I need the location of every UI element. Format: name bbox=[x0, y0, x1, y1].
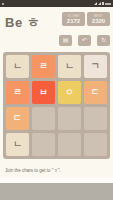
tile-ㄴ: ㄴ bbox=[6, 133, 29, 156]
leaderboard-icon: ▤ bbox=[63, 37, 69, 43]
board[interactable]: ㄴㄹㄴㄱㄹㅂㅇㄷㄷㄴ bbox=[3, 52, 110, 159]
status-left-icons bbox=[2, 3, 4, 5]
goal-text: Join the chars to get to "ㅎ". bbox=[0, 159, 113, 173]
battery-icon bbox=[102, 2, 104, 5]
tile-ㅂ: ㅂ bbox=[32, 81, 55, 104]
tile-ㄴ: ㄴ bbox=[6, 55, 29, 78]
app-title: Be ㅎ bbox=[5, 15, 40, 31]
wifi-icon bbox=[98, 2, 101, 5]
signal-icon bbox=[94, 2, 97, 5]
status-right-icons bbox=[94, 2, 111, 5]
header: Be ㅎ SCORE 2172 BEST 2320 ▤ ↶ bbox=[0, 7, 113, 46]
score-boxes: SCORE 2172 BEST 2320 bbox=[62, 12, 110, 26]
status-bar bbox=[0, 0, 113, 7]
new-game-button[interactable]: ↻ bbox=[97, 35, 110, 46]
toolbar: ▤ ↶ ↻ bbox=[59, 35, 110, 46]
empty-cell bbox=[32, 133, 55, 156]
tile-ㄴ: ㄴ bbox=[58, 55, 81, 78]
ad-banner-area bbox=[0, 183, 113, 200]
notification-icon bbox=[2, 3, 4, 5]
leaderboard-button[interactable]: ▤ bbox=[59, 35, 72, 46]
empty-cell bbox=[84, 107, 107, 130]
score-box: SCORE 2172 bbox=[62, 12, 85, 26]
best-value: 2320 bbox=[90, 18, 107, 25]
empty-cell bbox=[84, 133, 107, 156]
tile-ㄱ: ㄱ bbox=[84, 55, 107, 78]
tile-ㅇ: ㅇ bbox=[58, 81, 81, 104]
empty-cell bbox=[58, 107, 81, 130]
tile-ㄷ: ㄷ bbox=[6, 107, 29, 130]
tile-ㄹ: ㄹ bbox=[6, 81, 29, 104]
restart-icon: ↻ bbox=[101, 37, 106, 43]
empty-cell bbox=[58, 133, 81, 156]
best-box: BEST 2320 bbox=[87, 12, 110, 26]
tile-ㄷ: ㄷ bbox=[84, 81, 107, 104]
clock-icon bbox=[105, 3, 111, 5]
undo-icon: ↶ bbox=[82, 37, 87, 43]
header-right: SCORE 2172 BEST 2320 ▤ ↶ ↻ bbox=[59, 12, 110, 46]
empty-cell bbox=[32, 107, 55, 130]
app-screen: Be ㅎ SCORE 2172 BEST 2320 ▤ ↶ bbox=[0, 0, 113, 200]
undo-button[interactable]: ↶ bbox=[78, 35, 91, 46]
tile-ㄹ: ㄹ bbox=[32, 55, 55, 78]
score-value: 2172 bbox=[65, 18, 82, 25]
